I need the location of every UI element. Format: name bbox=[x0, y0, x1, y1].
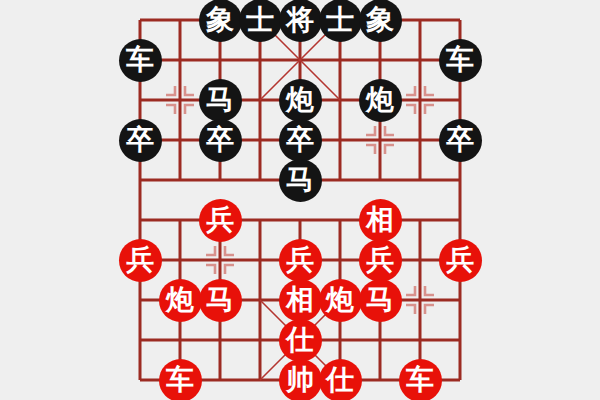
black-chariot-piece[interactable]: 车 bbox=[439, 39, 482, 82]
point-f5[interactable] bbox=[320, 160, 360, 200]
point-h9[interactable] bbox=[400, 320, 440, 360]
point-b9[interactable] bbox=[160, 320, 200, 360]
point-c5[interactable] bbox=[200, 160, 240, 200]
point-f9[interactable] bbox=[320, 320, 360, 360]
point-d7[interactable] bbox=[240, 240, 280, 280]
black-general-piece[interactable]: 将 bbox=[279, 0, 322, 42]
red-soldier-piece[interactable]: 兵 bbox=[359, 239, 402, 282]
point-b1[interactable] bbox=[160, 0, 200, 40]
xiangqi-board: 象士将士象车车马炮炮卒卒卒卒马兵相兵兵兵兵炮马相炮马仕车帅仕车 bbox=[0, 0, 600, 400]
black-advisor-piece[interactable]: 士 bbox=[319, 0, 362, 42]
point-e1[interactable]: 将 bbox=[280, 0, 320, 40]
point-a2[interactable]: 车 bbox=[120, 40, 160, 80]
point-d10[interactable] bbox=[240, 360, 280, 400]
red-advisor-piece[interactable]: 仕 bbox=[279, 319, 322, 362]
point-b8[interactable]: 炮 bbox=[160, 280, 200, 320]
point-d5[interactable] bbox=[240, 160, 280, 200]
point-i4[interactable]: 卒 bbox=[440, 120, 480, 160]
point-h8[interactable] bbox=[400, 280, 440, 320]
black-soldier-piece[interactable]: 卒 bbox=[119, 119, 162, 162]
point-e3[interactable]: 炮 bbox=[280, 80, 320, 120]
point-e2[interactable] bbox=[280, 40, 320, 80]
red-cannon-piece[interactable]: 炮 bbox=[319, 279, 362, 322]
point-b7[interactable] bbox=[160, 240, 200, 280]
point-i8[interactable] bbox=[440, 280, 480, 320]
black-horse-piece[interactable]: 马 bbox=[279, 159, 322, 202]
point-e5[interactable]: 马 bbox=[280, 160, 320, 200]
black-cannon-piece[interactable]: 炮 bbox=[279, 79, 322, 122]
black-chariot-piece[interactable]: 车 bbox=[119, 39, 162, 82]
point-i1[interactable] bbox=[440, 0, 480, 40]
point-i10[interactable] bbox=[440, 360, 480, 400]
point-a8[interactable] bbox=[120, 280, 160, 320]
point-c6[interactable]: 兵 bbox=[200, 200, 240, 240]
point-b10[interactable]: 车 bbox=[160, 360, 200, 400]
point-e9[interactable]: 仕 bbox=[280, 320, 320, 360]
point-a10[interactable] bbox=[120, 360, 160, 400]
red-soldier-piece[interactable]: 兵 bbox=[199, 199, 242, 242]
point-e10[interactable]: 帅 bbox=[280, 360, 320, 400]
point-b6[interactable] bbox=[160, 200, 200, 240]
point-b5[interactable] bbox=[160, 160, 200, 200]
point-g4[interactable] bbox=[360, 120, 400, 160]
red-cannon-piece[interactable]: 炮 bbox=[159, 279, 202, 322]
black-elephant-piece[interactable]: 象 bbox=[359, 0, 402, 42]
point-b3[interactable] bbox=[160, 80, 200, 120]
black-soldier-piece[interactable]: 卒 bbox=[439, 119, 482, 162]
black-cannon-piece[interactable]: 炮 bbox=[359, 79, 402, 122]
point-a5[interactable] bbox=[120, 160, 160, 200]
point-c3[interactable]: 马 bbox=[200, 80, 240, 120]
red-advisor-piece[interactable]: 仕 bbox=[319, 359, 362, 400]
red-soldier-piece[interactable]: 兵 bbox=[119, 239, 162, 282]
point-c7[interactable] bbox=[200, 240, 240, 280]
piece-grid: 象士将士象车车马炮炮卒卒卒卒马兵相兵兵兵兵炮马相炮马仕车帅仕车 bbox=[120, 0, 480, 400]
point-g8[interactable]: 马 bbox=[360, 280, 400, 320]
point-c8[interactable]: 马 bbox=[200, 280, 240, 320]
point-h6[interactable] bbox=[400, 200, 440, 240]
point-b4[interactable] bbox=[160, 120, 200, 160]
point-c1[interactable]: 象 bbox=[200, 0, 240, 40]
point-h3[interactable] bbox=[400, 80, 440, 120]
red-chariot-piece[interactable]: 车 bbox=[399, 359, 442, 400]
point-c4[interactable]: 卒 bbox=[200, 120, 240, 160]
point-e8[interactable]: 相 bbox=[280, 280, 320, 320]
point-g10[interactable] bbox=[360, 360, 400, 400]
point-a1[interactable] bbox=[120, 0, 160, 40]
point-i5[interactable] bbox=[440, 160, 480, 200]
point-d2[interactable] bbox=[240, 40, 280, 80]
point-b2[interactable] bbox=[160, 40, 200, 80]
point-i6[interactable] bbox=[440, 200, 480, 240]
point-f6[interactable] bbox=[320, 200, 360, 240]
point-c2[interactable] bbox=[200, 40, 240, 80]
point-a9[interactable] bbox=[120, 320, 160, 360]
red-soldier-piece[interactable]: 兵 bbox=[279, 239, 322, 282]
point-d8[interactable] bbox=[240, 280, 280, 320]
point-f10[interactable]: 仕 bbox=[320, 360, 360, 400]
point-g3[interactable]: 炮 bbox=[360, 80, 400, 120]
point-h4[interactable] bbox=[400, 120, 440, 160]
red-elephant-piece[interactable]: 相 bbox=[359, 199, 402, 242]
point-f2[interactable] bbox=[320, 40, 360, 80]
point-g1[interactable]: 象 bbox=[360, 0, 400, 40]
point-g5[interactable] bbox=[360, 160, 400, 200]
point-g9[interactable] bbox=[360, 320, 400, 360]
point-d4[interactable] bbox=[240, 120, 280, 160]
point-g6[interactable]: 相 bbox=[360, 200, 400, 240]
point-d3[interactable] bbox=[240, 80, 280, 120]
black-soldier-piece[interactable]: 卒 bbox=[199, 119, 242, 162]
point-c9[interactable] bbox=[200, 320, 240, 360]
point-d6[interactable] bbox=[240, 200, 280, 240]
point-a6[interactable] bbox=[120, 200, 160, 240]
point-h1[interactable] bbox=[400, 0, 440, 40]
point-i2[interactable]: 车 bbox=[440, 40, 480, 80]
red-chariot-piece[interactable]: 车 bbox=[159, 359, 202, 400]
point-g2[interactable] bbox=[360, 40, 400, 80]
red-general-piece[interactable]: 帅 bbox=[279, 359, 322, 400]
red-horse-piece[interactable]: 马 bbox=[359, 279, 402, 322]
point-a7[interactable]: 兵 bbox=[120, 240, 160, 280]
black-soldier-piece[interactable]: 卒 bbox=[279, 119, 322, 162]
point-e4[interactable]: 卒 bbox=[280, 120, 320, 160]
point-a3[interactable] bbox=[120, 80, 160, 120]
point-f4[interactable] bbox=[320, 120, 360, 160]
black-elephant-piece[interactable]: 象 bbox=[199, 0, 242, 42]
point-h5[interactable] bbox=[400, 160, 440, 200]
point-h10[interactable]: 车 bbox=[400, 360, 440, 400]
point-f3[interactable] bbox=[320, 80, 360, 120]
point-g7[interactable]: 兵 bbox=[360, 240, 400, 280]
point-e6[interactable] bbox=[280, 200, 320, 240]
point-f7[interactable] bbox=[320, 240, 360, 280]
point-c10[interactable] bbox=[200, 360, 240, 400]
red-elephant-piece[interactable]: 相 bbox=[279, 279, 322, 322]
point-i9[interactable] bbox=[440, 320, 480, 360]
point-i3[interactable] bbox=[440, 80, 480, 120]
point-a4[interactable]: 卒 bbox=[120, 120, 160, 160]
point-e7[interactable]: 兵 bbox=[280, 240, 320, 280]
point-h2[interactable] bbox=[400, 40, 440, 80]
point-d9[interactable] bbox=[240, 320, 280, 360]
point-i7[interactable]: 兵 bbox=[440, 240, 480, 280]
point-h7[interactable] bbox=[400, 240, 440, 280]
black-horse-piece[interactable]: 马 bbox=[199, 79, 242, 122]
red-horse-piece[interactable]: 马 bbox=[199, 279, 242, 322]
point-f1[interactable]: 士 bbox=[320, 0, 360, 40]
point-d1[interactable]: 士 bbox=[240, 0, 280, 40]
black-advisor-piece[interactable]: 士 bbox=[239, 0, 282, 42]
red-soldier-piece[interactable]: 兵 bbox=[439, 239, 482, 282]
point-f8[interactable]: 炮 bbox=[320, 280, 360, 320]
